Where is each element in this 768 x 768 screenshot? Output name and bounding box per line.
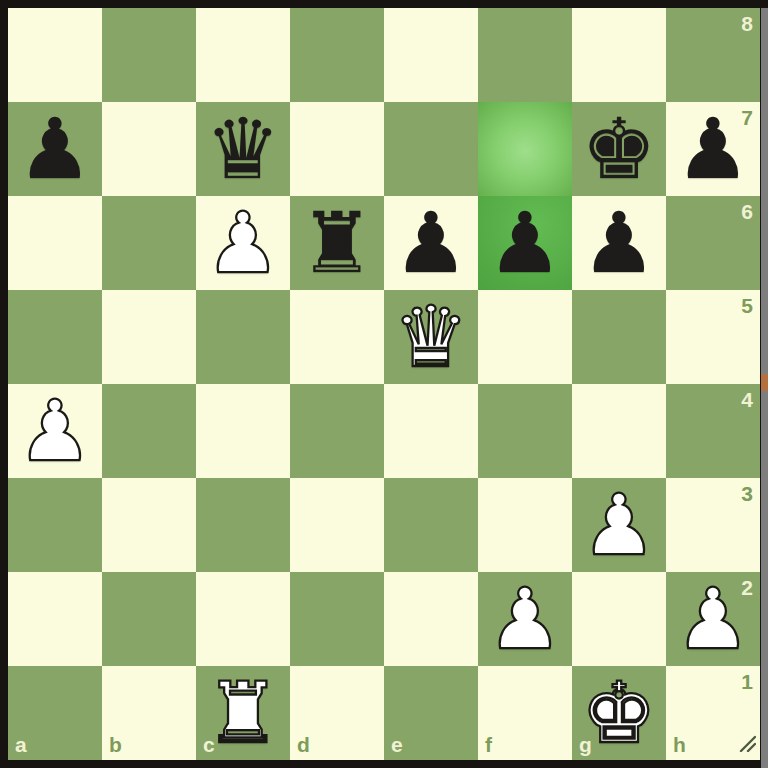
square-f1[interactable]: f — [478, 666, 572, 760]
square-c3[interactable] — [196, 478, 290, 572]
square-c7[interactable]: ♛ — [196, 102, 290, 196]
square-f2[interactable]: ♟ — [478, 572, 572, 666]
square-a6[interactable] — [8, 196, 102, 290]
square-g8[interactable] — [572, 8, 666, 102]
chess-board: 8♟♛♚♟7♟♜♟♟♟6♛5♟4♟3♟♟2ab♜cdef♚gh1 — [8, 8, 760, 760]
square-b1[interactable]: b — [102, 666, 196, 760]
square-g7[interactable]: ♚ — [572, 102, 666, 196]
square-h6[interactable]: 6 — [666, 196, 760, 290]
square-d7[interactable] — [290, 102, 384, 196]
square-c8[interactable] — [196, 8, 290, 102]
black-king[interactable]: ♚ — [581, 102, 656, 196]
square-h2[interactable]: ♟2 — [666, 572, 760, 666]
square-a4[interactable]: ♟ — [8, 384, 102, 478]
square-c5[interactable] — [196, 290, 290, 384]
rank-label-2: 2 — [741, 577, 753, 598]
square-e6[interactable]: ♟ — [384, 196, 478, 290]
white-pawn[interactable]: ♟ — [487, 572, 562, 666]
board-resize-handle[interactable] — [739, 735, 756, 756]
rank-label-3: 3 — [741, 483, 753, 504]
white-queen[interactable]: ♛ — [393, 290, 468, 384]
scrollbar-marker[interactable] — [761, 374, 768, 391]
white-pawn[interactable]: ♟ — [205, 196, 280, 290]
square-g2[interactable] — [572, 572, 666, 666]
file-label-e: e — [391, 734, 403, 755]
rank-label-1: 1 — [741, 671, 753, 692]
square-c2[interactable] — [196, 572, 290, 666]
square-f8[interactable] — [478, 8, 572, 102]
white-pawn[interactable]: ♟ — [17, 384, 92, 478]
square-e7[interactable] — [384, 102, 478, 196]
square-h3[interactable]: 3 — [666, 478, 760, 572]
square-g6[interactable]: ♟ — [572, 196, 666, 290]
rank-label-6: 6 — [741, 201, 753, 222]
square-e5[interactable]: ♛ — [384, 290, 478, 384]
black-pawn[interactable]: ♟ — [487, 196, 562, 290]
rank-label-4: 4 — [741, 389, 753, 410]
square-a8[interactable] — [8, 8, 102, 102]
file-label-b: b — [109, 734, 122, 755]
square-b8[interactable] — [102, 8, 196, 102]
square-h7[interactable]: ♟7 — [666, 102, 760, 196]
square-e8[interactable] — [384, 8, 478, 102]
square-a5[interactable] — [8, 290, 102, 384]
white-pawn[interactable]: ♟ — [675, 572, 750, 666]
black-rook[interactable]: ♜ — [299, 196, 374, 290]
square-d8[interactable] — [290, 8, 384, 102]
black-queen[interactable]: ♛ — [205, 102, 280, 196]
square-b6[interactable] — [102, 196, 196, 290]
file-label-d: d — [297, 734, 310, 755]
square-e1[interactable]: e — [384, 666, 478, 760]
file-label-h: h — [673, 734, 686, 755]
file-label-a: a — [15, 734, 27, 755]
square-d4[interactable] — [290, 384, 384, 478]
square-a2[interactable] — [8, 572, 102, 666]
square-b4[interactable] — [102, 384, 196, 478]
white-king[interactable]: ♚ — [581, 666, 656, 760]
square-c6[interactable]: ♟ — [196, 196, 290, 290]
square-d5[interactable] — [290, 290, 384, 384]
black-pawn[interactable]: ♟ — [393, 196, 468, 290]
square-f3[interactable] — [478, 478, 572, 572]
square-e3[interactable] — [384, 478, 478, 572]
square-c4[interactable] — [196, 384, 290, 478]
black-pawn[interactable]: ♟ — [675, 102, 750, 196]
white-pawn[interactable]: ♟ — [581, 478, 656, 572]
square-e2[interactable] — [384, 572, 478, 666]
rank-label-8: 8 — [741, 13, 753, 34]
square-g3[interactable]: ♟ — [572, 478, 666, 572]
window-right-edge — [760, 0, 768, 768]
square-f4[interactable] — [478, 384, 572, 478]
square-g5[interactable] — [572, 290, 666, 384]
square-h8[interactable]: 8 — [666, 8, 760, 102]
file-label-c: c — [203, 734, 215, 755]
square-b2[interactable] — [102, 572, 196, 666]
square-g1[interactable]: ♚g — [572, 666, 666, 760]
square-d3[interactable] — [290, 478, 384, 572]
white-rook[interactable]: ♜ — [205, 666, 280, 760]
square-f7[interactable] — [478, 102, 572, 196]
file-label-g: g — [579, 734, 592, 755]
square-f5[interactable] — [478, 290, 572, 384]
rank-label-7: 7 — [741, 107, 753, 128]
square-b5[interactable] — [102, 290, 196, 384]
square-d2[interactable] — [290, 572, 384, 666]
square-f6[interactable]: ♟ — [478, 196, 572, 290]
square-b7[interactable] — [102, 102, 196, 196]
square-d6[interactable]: ♜ — [290, 196, 384, 290]
square-h4[interactable]: 4 — [666, 384, 760, 478]
square-e4[interactable] — [384, 384, 478, 478]
square-a1[interactable]: a — [8, 666, 102, 760]
rank-label-5: 5 — [741, 295, 753, 316]
square-a3[interactable] — [8, 478, 102, 572]
black-pawn[interactable]: ♟ — [17, 102, 92, 196]
black-pawn[interactable]: ♟ — [581, 196, 656, 290]
square-h1[interactable]: h1 — [666, 666, 760, 760]
square-a7[interactable]: ♟ — [8, 102, 102, 196]
square-d1[interactable]: d — [290, 666, 384, 760]
square-b3[interactable] — [102, 478, 196, 572]
square-c1[interactable]: ♜c — [196, 666, 290, 760]
file-label-f: f — [485, 734, 492, 755]
square-g4[interactable] — [572, 384, 666, 478]
square-h5[interactable]: 5 — [666, 290, 760, 384]
